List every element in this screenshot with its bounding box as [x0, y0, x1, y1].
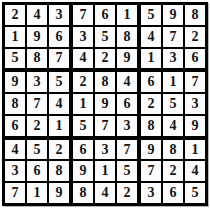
cell-r4c2: 3	[27, 72, 47, 92]
cell-r5c8: 5	[163, 94, 183, 114]
cell-r1c4: 7	[73, 5, 93, 25]
cell-r7c3: 2	[49, 140, 69, 160]
cell-r7c2: 5	[27, 140, 47, 160]
cell-r6c2: 2	[27, 116, 47, 136]
cell-r7c6: 7	[117, 140, 137, 160]
cell-r1c5: 6	[95, 5, 115, 25]
cell-r8c6: 5	[117, 161, 137, 181]
cell-r2c8: 7	[163, 27, 183, 47]
sudoku-box-0-1: 761358429	[73, 5, 137, 68]
cell-r3c4: 4	[73, 49, 93, 69]
sudoku-diagram: 2431965877613584295984721369358746212841…	[0, 0, 210, 208]
cell-r9c6: 2	[117, 183, 137, 203]
cell-r5c1: 8	[5, 94, 25, 114]
cell-r9c7: 3	[141, 183, 161, 203]
cell-r1c2: 4	[27, 5, 47, 25]
cell-r3c5: 2	[95, 49, 115, 69]
sudoku-box-2-0: 452368719	[5, 140, 69, 203]
cell-r2c2: 9	[27, 27, 47, 47]
cell-r8c3: 8	[49, 161, 69, 181]
cell-r2c1: 1	[5, 27, 25, 47]
cell-r4c1: 9	[5, 72, 25, 92]
cell-r1c1: 2	[5, 5, 25, 25]
cell-r3c2: 8	[27, 49, 47, 69]
cell-r4c6: 4	[117, 72, 137, 92]
cell-r4c5: 8	[95, 72, 115, 92]
cell-r8c2: 6	[27, 161, 47, 181]
cell-r3c3: 7	[49, 49, 69, 69]
cell-r9c4: 8	[73, 183, 93, 203]
cell-r6c4: 5	[73, 116, 93, 136]
cell-r9c3: 9	[49, 183, 69, 203]
cell-r3c8: 3	[163, 49, 183, 69]
cell-r1c6: 1	[117, 5, 137, 25]
cell-r4c7: 6	[141, 72, 161, 92]
sudoku-box-1-0: 935874621	[5, 72, 69, 135]
cell-r5c2: 7	[27, 94, 47, 114]
cell-r8c7: 7	[141, 161, 161, 181]
cell-r2c6: 8	[117, 27, 137, 47]
cell-r9c8: 6	[163, 183, 183, 203]
cell-r9c9: 5	[185, 183, 205, 203]
cell-r5c4: 1	[73, 94, 93, 114]
cell-r4c4: 2	[73, 72, 93, 92]
cell-r7c5: 3	[95, 140, 115, 160]
cell-r9c1: 7	[5, 183, 25, 203]
cell-r6c8: 4	[163, 116, 183, 136]
cell-r5c3: 4	[49, 94, 69, 114]
sudoku-box-1-1: 284196573	[73, 72, 137, 135]
cell-r6c7: 8	[141, 116, 161, 136]
cell-r7c1: 4	[5, 140, 25, 160]
cell-r6c6: 3	[117, 116, 137, 136]
cell-r2c4: 3	[73, 27, 93, 47]
cell-r5c5: 9	[95, 94, 115, 114]
cell-r8c8: 2	[163, 161, 183, 181]
cell-r7c4: 6	[73, 140, 93, 160]
cell-r7c9: 1	[185, 140, 205, 160]
cell-r1c8: 9	[163, 5, 183, 25]
cell-r6c3: 1	[49, 116, 69, 136]
sudoku-board: 2431965877613584295984721369358746212841…	[2, 2, 208, 206]
cell-r5c7: 2	[141, 94, 161, 114]
cell-r6c1: 6	[5, 116, 25, 136]
cell-r4c3: 5	[49, 72, 69, 92]
cell-r5c6: 6	[117, 94, 137, 114]
cell-r1c3: 3	[49, 5, 69, 25]
cell-r3c9: 6	[185, 49, 205, 69]
cell-r9c2: 1	[27, 183, 47, 203]
cell-r8c5: 1	[95, 161, 115, 181]
cell-r9c5: 4	[95, 183, 115, 203]
sudoku-box-0-0: 243196587	[5, 5, 69, 68]
cell-r7c8: 8	[163, 140, 183, 160]
sudoku-box-2-2: 981724365	[141, 140, 205, 203]
cell-r2c3: 6	[49, 27, 69, 47]
cell-r8c1: 3	[5, 161, 25, 181]
cell-r1c7: 5	[141, 5, 161, 25]
cell-r8c9: 4	[185, 161, 205, 181]
cell-r2c9: 2	[185, 27, 205, 47]
cell-r4c8: 1	[163, 72, 183, 92]
sudoku-box-2-1: 637915842	[73, 140, 137, 203]
cell-r4c9: 7	[185, 72, 205, 92]
sudoku-box-0-2: 598472136	[141, 5, 205, 68]
sudoku-box-1-2: 617253849	[141, 72, 205, 135]
cell-r5c9: 3	[185, 94, 205, 114]
cell-r3c7: 1	[141, 49, 161, 69]
cell-r2c7: 4	[141, 27, 161, 47]
cell-r3c6: 9	[117, 49, 137, 69]
cell-r7c7: 9	[141, 140, 161, 160]
cell-r8c4: 9	[73, 161, 93, 181]
cell-r2c5: 5	[95, 27, 115, 47]
cell-r1c9: 8	[185, 5, 205, 25]
cell-r6c5: 7	[95, 116, 115, 136]
cell-r6c9: 9	[185, 116, 205, 136]
cell-r3c1: 5	[5, 49, 25, 69]
